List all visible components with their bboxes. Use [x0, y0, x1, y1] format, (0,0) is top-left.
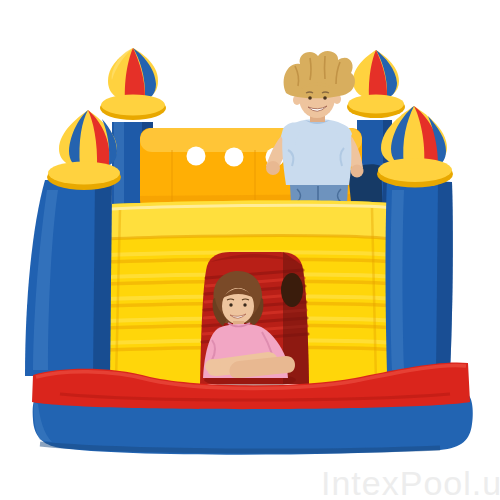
front-right-tower	[377, 106, 453, 373]
wall-hole-2	[225, 148, 244, 167]
entrance-dark-blob	[281, 273, 303, 307]
back-right-dome	[353, 50, 399, 99]
front-left-ring-top	[48, 162, 120, 185]
back-left-dome	[108, 48, 158, 101]
wall-hole-1	[187, 147, 206, 166]
front-right-ring-top	[378, 158, 452, 182]
back-left-ring-top	[101, 95, 165, 116]
back-right-ring-top	[348, 95, 404, 114]
front-left-tower	[25, 110, 121, 376]
watermark-text: IntexPool.ua	[321, 464, 500, 500]
bouncy-castle-illustration	[0, 0, 500, 500]
product-photo: IntexPool.ua	[0, 0, 500, 500]
front-left-dome	[59, 110, 117, 169]
boy-hair	[284, 51, 355, 98]
